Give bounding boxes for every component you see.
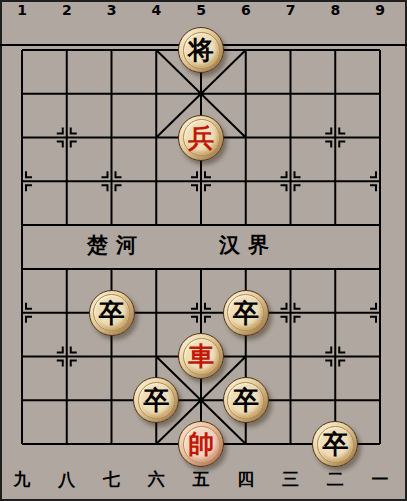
piece-glyph: 卒 (143, 387, 169, 413)
piece-glyph: 将 (188, 37, 214, 63)
piece-red-soldier-file5-rank3[interactable]: 兵 (178, 115, 224, 161)
piece-face: 帥 (183, 426, 220, 463)
file-label-bottom-9: 一 (365, 469, 395, 489)
piece-black-soldier-file6-rank7[interactable]: 卒 (223, 290, 269, 336)
piece-face: 兵 (183, 119, 220, 156)
piece-black-general-file5-rank1[interactable]: 将 (178, 27, 224, 73)
piece-face: 卒 (317, 426, 354, 463)
piece-glyph: 兵 (188, 125, 214, 151)
file-label-bottom-1: 九 (7, 469, 37, 489)
file-label-bottom-6: 四 (231, 469, 261, 489)
file-label-bottom-4: 六 (141, 469, 171, 489)
file-label-bottom-5: 五 (186, 469, 216, 489)
xiangqi-board-window: 123456789 楚河 汉界 九八七六五四三二一 将兵卒卒車卒卒帥卒 (0, 0, 407, 501)
piece-glyph: 車 (188, 343, 214, 369)
piece-glyph: 卒 (233, 300, 259, 326)
piece-red-general-file5-rank10[interactable]: 帥 (178, 421, 224, 467)
piece-black-soldier-file3-rank7[interactable]: 卒 (89, 290, 135, 336)
river-label-chu: 楚河 (87, 232, 145, 258)
river-label-han: 汉界 (219, 232, 277, 258)
file-label-bottom-3: 七 (97, 469, 127, 489)
file-label-bottom-8: 二 (320, 469, 350, 489)
piece-face: 卒 (227, 382, 264, 419)
piece-black-soldier-file6-rank9[interactable]: 卒 (223, 377, 269, 423)
file-label-bottom-7: 三 (276, 469, 306, 489)
piece-glyph: 卒 (233, 387, 259, 413)
piece-face: 将 (183, 32, 220, 69)
piece-face: 卒 (138, 382, 175, 419)
piece-face: 卒 (227, 294, 264, 331)
piece-glyph: 卒 (322, 431, 348, 457)
piece-glyph: 卒 (99, 300, 125, 326)
piece-glyph: 帥 (188, 431, 214, 457)
piece-face: 卒 (93, 294, 130, 331)
piece-face: 車 (183, 338, 220, 375)
file-label-bottom-2: 八 (52, 469, 82, 489)
grid-lines (0, 45, 407, 444)
piece-black-soldier-file8-rank10[interactable]: 卒 (312, 421, 358, 467)
